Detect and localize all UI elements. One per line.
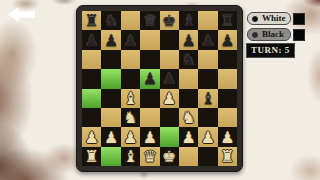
piece-black-pawn: ♟ <box>143 69 157 88</box>
marble-background: ♜♞♛♚♝♜♟♟♟♟♟♟♞♟♟♝♟♝♞♞♟♟♟♟♟♟♟♜♝♛♚♜ White B… <box>0 0 320 180</box>
piece-black-pawn: ♟ <box>181 31 195 50</box>
white-player-label: White <box>262 12 286 25</box>
back-arrow-icon <box>8 7 35 22</box>
piece-black-pawn: ♟ <box>123 31 137 50</box>
piece-black-bishop: ♝ <box>181 11 195 30</box>
piece-white-rook: ♜ <box>85 147 99 166</box>
square-g3[interactable] <box>198 108 217 127</box>
square-h5[interactable] <box>218 69 237 88</box>
player-row-black: Black <box>247 28 305 41</box>
piece-black-queen: ♛ <box>143 11 157 30</box>
square-f7[interactable]: ♟ <box>179 30 198 49</box>
piece-white-pawn: ♟ <box>201 128 215 147</box>
square-c6[interactable] <box>121 50 140 69</box>
square-d4[interactable] <box>140 89 159 108</box>
square-a2[interactable]: ♟ <box>82 127 101 146</box>
square-b7[interactable]: ♟ <box>101 30 120 49</box>
square-b2[interactable]: ♟ <box>101 127 120 146</box>
square-g8[interactable] <box>198 11 217 30</box>
piece-white-king: ♚ <box>162 147 176 166</box>
square-a8[interactable]: ♜ <box>82 11 101 30</box>
square-e4[interactable]: ♟ <box>160 89 179 108</box>
piece-black-pawn: ♟ <box>104 31 118 50</box>
square-f6[interactable]: ♞ <box>179 50 198 69</box>
piece-black-pawn: ♟ <box>162 69 176 88</box>
piece-white-pawn: ♟ <box>220 128 234 147</box>
black-player-disc-icon <box>251 31 259 39</box>
player-row-white: White <box>247 12 305 25</box>
black-player-label: Black <box>262 28 284 41</box>
piece-white-knight: ♞ <box>181 108 195 127</box>
square-d8[interactable]: ♛ <box>140 11 159 30</box>
square-g1[interactable] <box>198 147 217 166</box>
piece-white-pawn: ♟ <box>104 128 118 147</box>
square-a7[interactable]: ♟ <box>82 30 101 49</box>
square-h2[interactable]: ♟ <box>218 127 237 146</box>
square-d7[interactable] <box>140 30 159 49</box>
square-b6[interactable] <box>101 50 120 69</box>
piece-white-bishop: ♝ <box>123 89 137 108</box>
square-f8[interactable]: ♝ <box>179 11 198 30</box>
square-g4[interactable]: ♝ <box>198 89 217 108</box>
chess-board: ♜♞♛♚♝♜♟♟♟♟♟♟♞♟♟♝♟♝♞♞♟♟♟♟♟♟♟♜♝♛♚♜ <box>76 5 243 172</box>
back-button[interactable] <box>8 7 35 22</box>
square-h4[interactable] <box>218 89 237 108</box>
square-h1[interactable]: ♜ <box>218 147 237 166</box>
piece-white-pawn: ♟ <box>85 128 99 147</box>
black-captured-tray <box>293 29 305 41</box>
piece-white-rook: ♜ <box>220 147 234 166</box>
piece-white-pawn: ♟ <box>123 128 137 147</box>
piece-black-pawn: ♟ <box>85 31 99 50</box>
square-c4[interactable]: ♝ <box>121 89 140 108</box>
square-b5[interactable] <box>101 69 120 88</box>
square-e8[interactable]: ♚ <box>160 11 179 30</box>
square-b1[interactable] <box>101 147 120 166</box>
piece-white-queen: ♛ <box>143 147 157 166</box>
piece-black-rook: ♜ <box>85 11 99 30</box>
piece-black-pawn: ♟ <box>220 31 234 50</box>
square-a1[interactable]: ♜ <box>82 147 101 166</box>
piece-white-bishop: ♝ <box>123 147 137 166</box>
piece-black-pawn: ♟ <box>201 31 215 50</box>
square-d6[interactable] <box>140 50 159 69</box>
square-h8[interactable]: ♜ <box>218 11 237 30</box>
piece-black-king: ♚ <box>162 11 176 30</box>
piece-white-pawn: ♟ <box>162 89 176 108</box>
square-a3[interactable] <box>82 108 101 127</box>
white-player-disc-icon <box>251 15 259 23</box>
square-c8[interactable] <box>121 11 140 30</box>
square-c7[interactable]: ♟ <box>121 30 140 49</box>
piece-white-pawn: ♟ <box>143 128 157 147</box>
white-captured-tray <box>293 13 305 25</box>
piece-white-knight: ♞ <box>123 108 137 127</box>
piece-white-pawn: ♟ <box>181 128 195 147</box>
square-a5[interactable] <box>82 69 101 88</box>
white-player-badge: White <box>247 12 291 25</box>
square-f3[interactable]: ♞ <box>179 108 198 127</box>
square-g5[interactable] <box>198 69 217 88</box>
square-h3[interactable] <box>218 108 237 127</box>
piece-black-knight: ♞ <box>104 11 118 30</box>
square-f5[interactable] <box>179 69 198 88</box>
piece-black-bishop: ♝ <box>201 89 215 108</box>
square-g2[interactable]: ♟ <box>198 127 217 146</box>
square-b3[interactable] <box>101 108 120 127</box>
square-e3[interactable] <box>160 108 179 127</box>
square-d3[interactable] <box>140 108 159 127</box>
black-player-badge: Black <box>247 28 291 41</box>
square-c2[interactable]: ♟ <box>121 127 140 146</box>
square-h7[interactable]: ♟ <box>218 30 237 49</box>
turn-indicator: TURN: 5 <box>246 43 295 58</box>
square-g7[interactable]: ♟ <box>198 30 217 49</box>
square-e6[interactable] <box>160 50 179 69</box>
square-g6[interactable] <box>198 50 217 69</box>
square-h6[interactable] <box>218 50 237 69</box>
square-c5[interactable] <box>121 69 140 88</box>
square-f1[interactable] <box>179 147 198 166</box>
square-b4[interactable] <box>101 89 120 108</box>
board-grid: ♜♞♛♚♝♜♟♟♟♟♟♟♞♟♟♝♟♝♞♞♟♟♟♟♟♟♟♜♝♛♚♜ <box>82 11 237 166</box>
square-a6[interactable] <box>82 50 101 69</box>
square-e1[interactable]: ♚ <box>160 147 179 166</box>
square-e5[interactable]: ♟ <box>160 69 179 88</box>
square-c1[interactable]: ♝ <box>121 147 140 166</box>
piece-black-rook: ♜ <box>220 11 234 30</box>
square-e7[interactable] <box>160 30 179 49</box>
square-d1[interactable]: ♛ <box>140 147 159 166</box>
square-e2[interactable] <box>160 127 179 146</box>
square-f4[interactable] <box>179 89 198 108</box>
square-d5[interactable]: ♟ <box>140 69 159 88</box>
square-a4[interactable] <box>82 89 101 108</box>
square-b8[interactable]: ♞ <box>101 11 120 30</box>
square-f2[interactable]: ♟ <box>179 127 198 146</box>
square-c3[interactable]: ♞ <box>121 108 140 127</box>
square-d2[interactable]: ♟ <box>140 127 159 146</box>
piece-black-knight: ♞ <box>181 50 195 69</box>
